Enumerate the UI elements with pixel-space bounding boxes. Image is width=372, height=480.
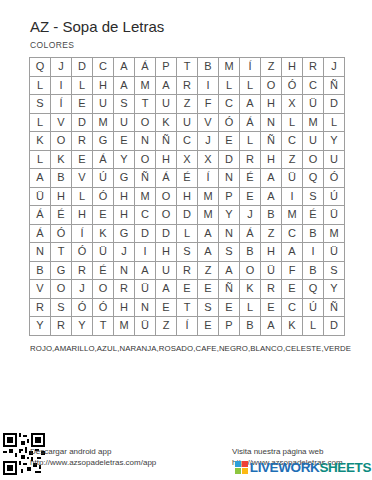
grid-cell[interactable]: J [72, 280, 93, 299]
grid-cell[interactable]: G [93, 132, 114, 151]
grid-cell[interactable]: E [114, 132, 135, 151]
grid-cell[interactable]: S [51, 299, 72, 318]
grid-cell[interactable]: A [219, 262, 240, 281]
grid-cell[interactable]: Y [219, 206, 240, 225]
grid-cell[interactable]: N [261, 114, 282, 133]
grid-cell[interactable]: H [93, 77, 114, 96]
grid-cell[interactable]: É [240, 169, 261, 188]
grid-cell[interactable]: B [303, 262, 324, 281]
grid-cell[interactable]: Z [198, 262, 219, 281]
grid-cell[interactable]: B [240, 243, 261, 262]
grid-cell[interactable]: H [114, 188, 135, 207]
grid-cell[interactable]: O [135, 151, 156, 170]
grid-cell[interactable]: A [261, 169, 282, 188]
grid-cell[interactable]: L [324, 114, 345, 133]
grid-cell[interactable]: U [156, 262, 177, 281]
grid-cell[interactable]: Ü [135, 317, 156, 336]
grid-cell[interactable]: T [93, 317, 114, 336]
grid-cell[interactable]: A [114, 58, 135, 77]
grid-cell[interactable]: E [219, 132, 240, 151]
grid-cell[interactable]: K [93, 225, 114, 244]
grid-cell[interactable]: Z [282, 151, 303, 170]
grid-cell[interactable]: I [51, 77, 72, 96]
grid-cell[interactable]: E [72, 151, 93, 170]
grid-cell[interactable]: Í [177, 317, 198, 336]
grid-cell[interactable]: M [135, 77, 156, 96]
page-title: AZ - Sopa de Letras [30, 18, 164, 35]
grid-cell[interactable]: Ú [324, 188, 345, 207]
grid-cell[interactable]: V [51, 114, 72, 133]
grid-cell[interactable]: Á [156, 169, 177, 188]
grid-cell[interactable]: Ñ [324, 77, 345, 96]
grid-cell[interactable]: Ó [51, 225, 72, 244]
grid-cell[interactable]: Ú [93, 169, 114, 188]
grid-cell[interactable]: Á [240, 114, 261, 133]
grid-cell[interactable]: N [135, 299, 156, 318]
grid-cell[interactable]: C [282, 132, 303, 151]
grid-cell[interactable]: M [114, 317, 135, 336]
grid-cell[interactable]: M [135, 188, 156, 207]
grid-cell[interactable]: E [72, 95, 93, 114]
grid-cell[interactable]: O [51, 132, 72, 151]
grid-cell[interactable]: Ü [282, 169, 303, 188]
grid-cell[interactable]: A [261, 188, 282, 207]
grid-cell[interactable]: M [219, 58, 240, 77]
grid-cell[interactable]: L [30, 114, 51, 133]
grid-cell[interactable]: Ó [72, 243, 93, 262]
grid-cell[interactable]: A [156, 280, 177, 299]
grid-cell[interactable]: S [219, 243, 240, 262]
grid-cell[interactable]: D [219, 151, 240, 170]
grid-cell[interactable]: Ó [219, 114, 240, 133]
grid-cell[interactable]: N [135, 132, 156, 151]
android-app-label: Descargar android app [30, 446, 156, 457]
grid-cell[interactable]: L [240, 299, 261, 318]
grid-cell[interactable]: L [72, 77, 93, 96]
logo-square [242, 468, 248, 474]
grid-cell[interactable]: D [72, 58, 93, 77]
grid-cell[interactable]: T [51, 243, 72, 262]
grid-cell[interactable]: Ü [324, 206, 345, 225]
grid-cell[interactable]: F [282, 262, 303, 281]
grid-cell[interactable]: É [93, 262, 114, 281]
grid-cell[interactable]: É [177, 169, 198, 188]
grid-cell[interactable]: Ñ [219, 280, 240, 299]
grid-cell[interactable]: S [198, 299, 219, 318]
grid-cell[interactable]: A [135, 262, 156, 281]
grid-cell[interactable]: Á [30, 225, 51, 244]
grid-cell[interactable]: H [114, 206, 135, 225]
grid-cell[interactable]: H [261, 243, 282, 262]
grid-cell[interactable]: I [135, 243, 156, 262]
grid-cell[interactable]: D [324, 317, 345, 336]
grid-cell[interactable]: L [72, 188, 93, 207]
grid-cell[interactable]: C [282, 299, 303, 318]
grid-cell[interactable]: H [51, 188, 72, 207]
android-app-note: Descargar android app http://www.azsopad… [30, 446, 156, 468]
grid-cell[interactable]: Ó [282, 77, 303, 96]
grid-cell[interactable]: Q [30, 58, 51, 77]
grid-cell[interactable]: X [282, 95, 303, 114]
grid-cell[interactable]: Í [72, 225, 93, 244]
grid-cell[interactable]: Ü [93, 243, 114, 262]
grid-cell[interactable]: N [219, 169, 240, 188]
grid-cell[interactable]: R [114, 280, 135, 299]
grid-cell[interactable]: B [30, 262, 51, 281]
logo-square [235, 468, 241, 474]
worksheet-page: AZ - Sopa de Letras COLORES QJDCAÁPTBMÍZ… [0, 0, 372, 480]
grid-cell[interactable]: Y [324, 132, 345, 151]
liveworksheets-logo-text: LIVEWORKSHEETS [250, 460, 371, 475]
grid-cell[interactable]: C [219, 95, 240, 114]
grid-cell[interactable]: Z [261, 225, 282, 244]
grid-cell[interactable]: L [282, 114, 303, 133]
grid-cell[interactable]: R [30, 299, 51, 318]
grid-cell[interactable]: U [114, 114, 135, 133]
grid-cell[interactable]: I [198, 77, 219, 96]
grid-cell[interactable]: C [135, 206, 156, 225]
grid-cell[interactable]: H [114, 299, 135, 318]
grid-cell[interactable]: Ó [72, 299, 93, 318]
grid-cell[interactable]: O [261, 77, 282, 96]
grid-cell[interactable]: J [198, 132, 219, 151]
grid-cell[interactable]: B [51, 169, 72, 188]
grid-cell[interactable]: J [51, 58, 72, 77]
word-list: ROJO,AMARILLO,AZUL,NARANJA,ROSADO,CAFE,N… [30, 344, 351, 353]
grid-cell[interactable]: Z [156, 317, 177, 336]
grid-cell[interactable]: D [177, 206, 198, 225]
grid-cell[interactable]: E [219, 299, 240, 318]
grid-cell[interactable]: Ü [30, 188, 51, 207]
grid-cell[interactable]: A [240, 95, 261, 114]
grid-cell[interactable]: I [282, 188, 303, 207]
grid-cell[interactable]: Ñ [156, 132, 177, 151]
grid-cell[interactable]: Í [198, 169, 219, 188]
grid-cell[interactable]: B [198, 58, 219, 77]
grid-cell[interactable]: P [156, 58, 177, 77]
grid-cell[interactable]: J [324, 58, 345, 77]
grid-cell[interactable]: R [261, 280, 282, 299]
grid-cell[interactable]: H [156, 151, 177, 170]
grid-cell[interactable]: U [324, 151, 345, 170]
grid-cell[interactable]: Y [72, 317, 93, 336]
grid-cell[interactable]: M [282, 206, 303, 225]
grid-cell[interactable]: O [135, 114, 156, 133]
grid-cell[interactable]: A [261, 317, 282, 336]
grid-cell[interactable]: L [240, 132, 261, 151]
grid-cell[interactable]: E [177, 280, 198, 299]
grid-cell[interactable]: H [72, 206, 93, 225]
grid-cell[interactable]: F [198, 95, 219, 114]
grid-cell[interactable]: K [156, 114, 177, 133]
grid-cell[interactable]: G [114, 225, 135, 244]
grid-cell[interactable]: S [30, 95, 51, 114]
puzzle-topic: COLORES [30, 40, 74, 50]
grid-cell[interactable]: É [51, 206, 72, 225]
grid-cell[interactable]: E [240, 188, 261, 207]
grid-cell[interactable]: C [177, 132, 198, 151]
grid-cell[interactable]: B [303, 225, 324, 244]
grid-cell[interactable]: K [240, 280, 261, 299]
grid-cell[interactable]: A [30, 169, 51, 188]
grid-cell[interactable]: I [303, 243, 324, 262]
grid-cell[interactable]: Ü [324, 243, 345, 262]
logo-square [242, 461, 248, 467]
grid-cell[interactable]: Z [177, 95, 198, 114]
grid-cell[interactable]: M [93, 114, 114, 133]
grid-cell[interactable]: R [72, 132, 93, 151]
grid-cell[interactable]: M [324, 225, 345, 244]
grid-cell[interactable]: Ó [93, 299, 114, 318]
grid-cell[interactable]: Á [93, 151, 114, 170]
grid-cell[interactable]: V [72, 169, 93, 188]
grid-cell[interactable]: E [282, 280, 303, 299]
grid-cell[interactable]: V [198, 114, 219, 133]
grid-cell[interactable]: Y [30, 317, 51, 336]
grid-cell[interactable]: S [303, 188, 324, 207]
logo-text-primary: LIVEWORK [250, 460, 320, 475]
grid-cell[interactable]: M [303, 114, 324, 133]
grid-cell[interactable]: S [114, 95, 135, 114]
grid-cell[interactable]: N [30, 243, 51, 262]
grid-cell[interactable]: C [93, 58, 114, 77]
grid-cell[interactable]: L [30, 151, 51, 170]
grid-cell[interactable]: U [93, 95, 114, 114]
grid-cell[interactable]: L [177, 225, 198, 244]
grid-cell[interactable]: X [177, 151, 198, 170]
logo-square [235, 461, 241, 467]
grid-cell[interactable]: P [219, 188, 240, 207]
grid-cell[interactable]: H [261, 95, 282, 114]
grid-cell[interactable]: Q [303, 280, 324, 299]
grid-cell[interactable]: Ú [303, 299, 324, 318]
grid-cell[interactable]: Ü [261, 262, 282, 281]
grid-cell[interactable]: L [30, 77, 51, 96]
grid-cell[interactable]: T [177, 58, 198, 77]
grid-cell[interactable]: T [135, 95, 156, 114]
grid-cell[interactable]: Ü [135, 280, 156, 299]
grid-cell[interactable]: H [177, 188, 198, 207]
grid-cell[interactable]: A [198, 243, 219, 262]
grid-cell[interactable]: B [240, 317, 261, 336]
grid-cell[interactable]: J [240, 206, 261, 225]
grid-cell[interactable]: J [114, 243, 135, 262]
grid-cell[interactable]: N [114, 262, 135, 281]
grid-cell[interactable]: E [156, 299, 177, 318]
grid-cell[interactable]: L [219, 77, 240, 96]
grid-cell[interactable]: D [156, 225, 177, 244]
grid-cell[interactable]: M [198, 188, 219, 207]
grid-cell[interactable]: M [198, 206, 219, 225]
grid-cell[interactable]: G [114, 169, 135, 188]
grid-cell[interactable]: É [303, 206, 324, 225]
grid-cell[interactable]: Q [303, 169, 324, 188]
grid-cell[interactable]: R [177, 262, 198, 281]
grid-cell[interactable]: R [72, 262, 93, 281]
grid-cell[interactable]: Ñ [261, 132, 282, 151]
grid-cell[interactable]: R [51, 317, 72, 336]
grid-cell[interactable]: A [198, 225, 219, 244]
grid-cell[interactable]: O [51, 280, 72, 299]
grid-cell[interactable]: Ü [303, 95, 324, 114]
logo-text-secondary: SHEETS [319, 460, 371, 475]
android-app-url: http://www.azsopadeletras.com/app [30, 457, 156, 468]
word-search-grid[interactable]: QJDCAÁPTBMÍZHRJLILHAMARILLOÓCÑSÍEUSTUZFC… [29, 57, 345, 336]
grid-cell[interactable]: Í [240, 58, 261, 77]
grid-cell[interactable]: E [198, 317, 219, 336]
grid-cell[interactable]: G [51, 262, 72, 281]
grid-cell[interactable]: Í [51, 95, 72, 114]
grid-cell[interactable]: L [303, 317, 324, 336]
grid-cell[interactable]: S [324, 262, 345, 281]
grid-cell[interactable]: Ñ [135, 169, 156, 188]
grid-cell[interactable]: U [156, 95, 177, 114]
grid-cell[interactable]: O [240, 262, 261, 281]
grid-cell[interactable]: D [135, 225, 156, 244]
grid-cell[interactable]: R [177, 77, 198, 96]
grid-cell[interactable]: C [282, 225, 303, 244]
grid-cell[interactable]: A [114, 77, 135, 96]
grid-cell[interactable]: O [156, 206, 177, 225]
grid-cell[interactable]: E [93, 206, 114, 225]
grid-cell[interactable]: R [240, 151, 261, 170]
liveworksheets-logo[interactable]: LIVEWORKSHEETS [235, 460, 371, 475]
grid-cell[interactable]: Y [114, 151, 135, 170]
grid-cell[interactable]: Z [261, 58, 282, 77]
grid-cell[interactable]: H [282, 58, 303, 77]
grid-cell[interactable]: V [30, 280, 51, 299]
grid-cell[interactable]: O [156, 188, 177, 207]
grid-cell[interactable]: H [261, 151, 282, 170]
grid-cell[interactable]: B [261, 206, 282, 225]
grid-cell[interactable]: R [303, 58, 324, 77]
grid-cell[interactable]: S [177, 243, 198, 262]
grid-cell[interactable]: Á [30, 206, 51, 225]
grid-cell[interactable]: A [156, 77, 177, 96]
grid-cell[interactable]: E [198, 280, 219, 299]
grid-cell[interactable]: K [51, 151, 72, 170]
grid-cell[interactable]: U [177, 114, 198, 133]
website-label: Visita nuestra página web [232, 446, 343, 457]
grid-cell[interactable]: O [303, 151, 324, 170]
grid-cell[interactable]: Ñ [324, 299, 345, 318]
grid-cell[interactable]: Ó [93, 188, 114, 207]
liveworksheets-squares-icon [235, 461, 248, 474]
grid-cell[interactable]: U [303, 132, 324, 151]
grid-cell[interactable]: K [30, 132, 51, 151]
grid-cell[interactable]: K [282, 317, 303, 336]
grid-cell[interactable]: Y [324, 280, 345, 299]
grid-cell[interactable]: N [219, 225, 240, 244]
grid-cell[interactable]: D [324, 95, 345, 114]
grid-cell[interactable]: Ó [324, 169, 345, 188]
grid-cell[interactable]: L [240, 77, 261, 96]
grid-cell[interactable]: E [261, 299, 282, 318]
grid-cell[interactable]: T [177, 299, 198, 318]
grid-cell[interactable]: P [219, 317, 240, 336]
grid-cell[interactable]: C [303, 77, 324, 96]
grid-cell[interactable]: H [156, 243, 177, 262]
grid-cell[interactable]: O [93, 280, 114, 299]
grid-cell[interactable]: Á [240, 225, 261, 244]
grid-cell[interactable]: D [72, 114, 93, 133]
grid-cell[interactable]: A [282, 243, 303, 262]
grid-cell[interactable]: Á [135, 58, 156, 77]
grid-cell[interactable]: X [198, 151, 219, 170]
